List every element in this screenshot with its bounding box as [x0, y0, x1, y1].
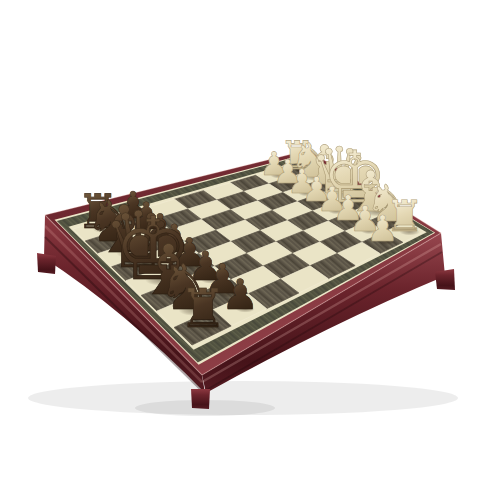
frame-foot-right: [435, 269, 455, 290]
frame-foot-left: [37, 253, 56, 274]
chess-board: [0, 0, 500, 500]
frame-foot-near: [191, 389, 210, 409]
chess-set-product-photo: ♜♟♞♟♝♟♛♟♚♟♝♟♟♞♜♟♟♜♞♟♟♟♝♟♛♟♚♟♝♟♞♜: [0, 0, 500, 500]
